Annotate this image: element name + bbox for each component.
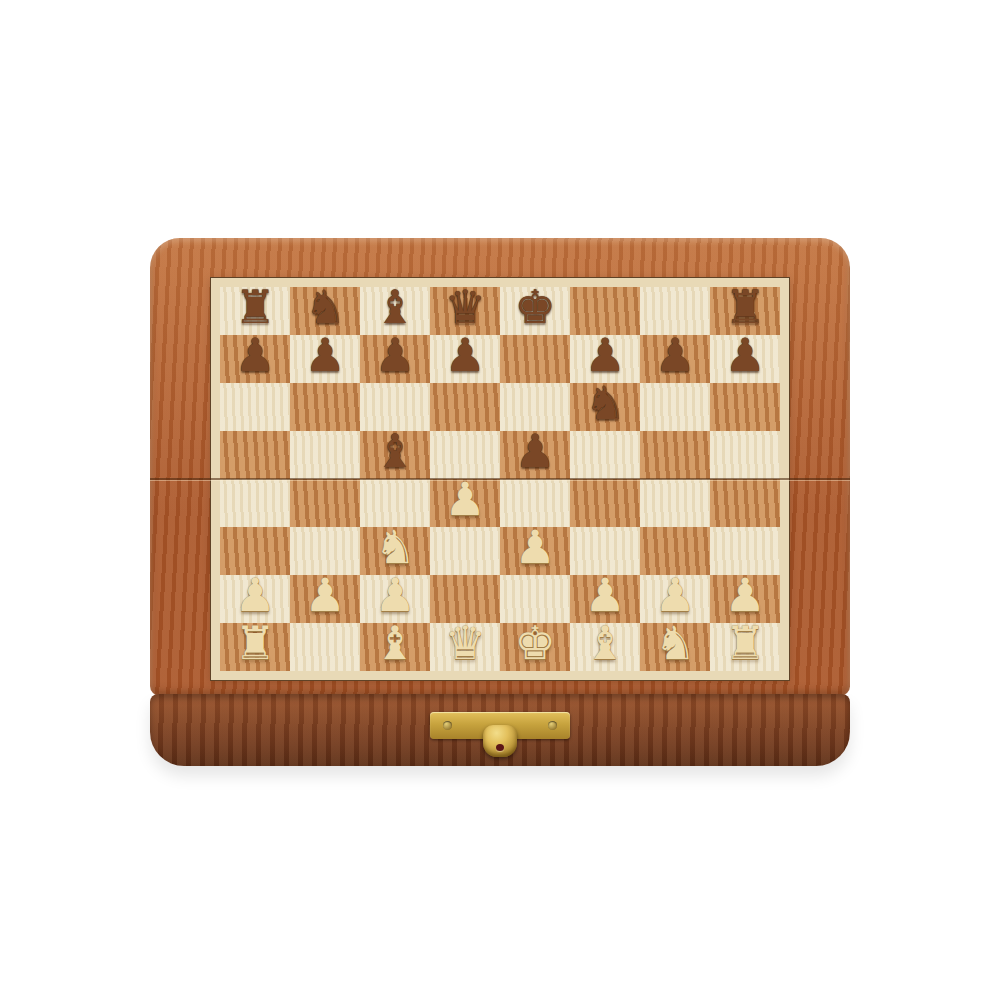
square-b5: [290, 431, 360, 479]
square-f3: [570, 527, 640, 575]
piece-black-pawn-c7: ♟: [360, 331, 430, 379]
square-b8: ♞: [290, 287, 360, 335]
square-e2: [500, 575, 570, 623]
brass-latch: [430, 712, 570, 739]
square-g8: [640, 287, 710, 335]
piece-white-king-e1: ♚: [500, 619, 570, 667]
square-a3: [220, 527, 290, 575]
square-f2: ♟: [570, 575, 640, 623]
latch-screw-right-icon: [548, 721, 557, 730]
square-c7: ♟: [360, 335, 430, 383]
square-g6: [640, 383, 710, 431]
square-c5: ♝: [360, 431, 430, 479]
square-d6: [430, 383, 500, 431]
piece-black-pawn-g7: ♟: [640, 331, 710, 379]
piece-white-bishop-c1: ♝: [360, 619, 430, 667]
piece-black-rook-h8: ♜: [710, 283, 780, 331]
square-b1: [290, 623, 360, 671]
piece-black-pawn-h7: ♟: [710, 331, 780, 379]
square-f5: [570, 431, 640, 479]
square-a8: ♜: [220, 287, 290, 335]
piece-white-knight-c3: ♞: [360, 523, 430, 571]
square-f6: ♞: [570, 383, 640, 431]
piece-black-bishop-c8: ♝: [360, 283, 430, 331]
square-g7: ♟: [640, 335, 710, 383]
square-h8: ♜: [710, 287, 780, 335]
square-c8: ♝: [360, 287, 430, 335]
piece-black-rook-a8: ♜: [220, 283, 290, 331]
photo-stage: ♜♞♝♛♚♜♟♟♟♟♟♟♟♞♝♟♟♞♟♟♟♟♟♟♟♜♝♛♚♝♞♜: [0, 0, 1000, 1000]
square-b6: [290, 383, 360, 431]
piece-white-pawn-d4: ♟: [430, 475, 500, 523]
fold-line: [150, 478, 850, 481]
square-a4: [220, 479, 290, 527]
square-e3: ♟: [500, 527, 570, 575]
square-a7: ♟: [220, 335, 290, 383]
square-b3: [290, 527, 360, 575]
square-g5: [640, 431, 710, 479]
square-a2: ♟: [220, 575, 290, 623]
square-h4: [710, 479, 780, 527]
square-f8: [570, 287, 640, 335]
piece-black-pawn-a7: ♟: [220, 331, 290, 379]
latch-screw-left-icon: [443, 721, 452, 730]
piece-white-rook-a1: ♜: [220, 619, 290, 667]
square-g3: [640, 527, 710, 575]
piece-white-pawn-h2: ♟: [710, 571, 780, 619]
square-a5: [220, 431, 290, 479]
square-d2: [430, 575, 500, 623]
square-h7: ♟: [710, 335, 780, 383]
square-h1: ♜: [710, 623, 780, 671]
square-d7: ♟: [430, 335, 500, 383]
square-c1: ♝: [360, 623, 430, 671]
piece-black-queen-d8: ♛: [430, 283, 500, 331]
square-d1: ♛: [430, 623, 500, 671]
box-front-face: [150, 694, 850, 766]
piece-white-pawn-e3: ♟: [500, 523, 570, 571]
square-a6: [220, 383, 290, 431]
square-d4: ♟: [430, 479, 500, 527]
square-d8: ♛: [430, 287, 500, 335]
piece-white-queen-d1: ♛: [430, 619, 500, 667]
piece-black-pawn-f7: ♟: [570, 331, 640, 379]
square-a1: ♜: [220, 623, 290, 671]
square-e6: [500, 383, 570, 431]
piece-white-pawn-g2: ♟: [640, 571, 710, 619]
square-g1: ♞: [640, 623, 710, 671]
piece-white-pawn-b2: ♟: [290, 571, 360, 619]
piece-black-knight-f6: ♞: [570, 379, 640, 427]
square-e5: ♟: [500, 431, 570, 479]
square-c3: ♞: [360, 527, 430, 575]
piece-black-pawn-e5: ♟: [500, 427, 570, 475]
square-c6: [360, 383, 430, 431]
square-h5: [710, 431, 780, 479]
square-d5: [430, 431, 500, 479]
piece-black-pawn-d7: ♟: [430, 331, 500, 379]
square-f1: ♝: [570, 623, 640, 671]
square-g2: ♟: [640, 575, 710, 623]
square-h2: ♟: [710, 575, 780, 623]
square-h3: [710, 527, 780, 575]
piece-black-knight-b8: ♞: [290, 283, 360, 331]
chess-box: ♜♞♝♛♚♜♟♟♟♟♟♟♟♞♝♟♟♞♟♟♟♟♟♟♟♜♝♛♚♝♞♜: [150, 238, 850, 766]
piece-white-rook-h1: ♜: [710, 619, 780, 667]
piece-white-pawn-f2: ♟: [570, 571, 640, 619]
square-f4: [570, 479, 640, 527]
square-e1: ♚: [500, 623, 570, 671]
piece-black-pawn-b7: ♟: [290, 331, 360, 379]
square-h6: [710, 383, 780, 431]
square-e4: [500, 479, 570, 527]
square-c4: [360, 479, 430, 527]
piece-white-pawn-c2: ♟: [360, 571, 430, 619]
square-b4: [290, 479, 360, 527]
square-c2: ♟: [360, 575, 430, 623]
piece-white-bishop-f1: ♝: [570, 619, 640, 667]
piece-white-pawn-a2: ♟: [220, 571, 290, 619]
latch-hook-icon: [483, 725, 517, 757]
square-e8: ♚: [500, 287, 570, 335]
square-e7: [500, 335, 570, 383]
square-b2: ♟: [290, 575, 360, 623]
square-b7: ♟: [290, 335, 360, 383]
piece-white-knight-g1: ♞: [640, 619, 710, 667]
piece-black-bishop-c5: ♝: [360, 427, 430, 475]
square-f7: ♟: [570, 335, 640, 383]
square-d3: [430, 527, 500, 575]
piece-black-king-e8: ♚: [500, 283, 570, 331]
square-g4: [640, 479, 710, 527]
board-frame: ♜♞♝♛♚♜♟♟♟♟♟♟♟♞♝♟♟♞♟♟♟♟♟♟♟♜♝♛♚♝♞♜: [150, 238, 850, 696]
